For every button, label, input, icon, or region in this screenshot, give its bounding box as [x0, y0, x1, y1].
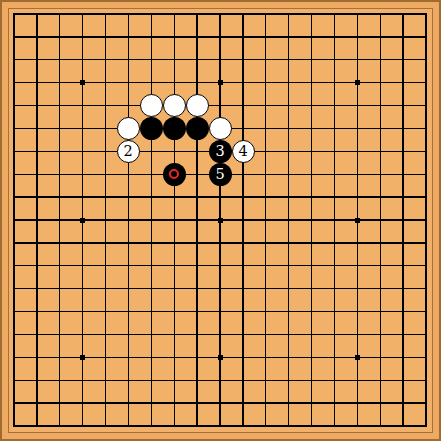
go-board: 2345: [0, 0, 441, 441]
stone-white: [186, 94, 209, 117]
circle-marker-icon: [169, 169, 179, 179]
move-number-label: 5: [216, 167, 225, 182]
stone-white: 4: [232, 140, 255, 163]
stone-white: [209, 117, 232, 140]
stone-white: [117, 117, 140, 140]
stone-black: 5: [209, 163, 232, 186]
stone-white: [163, 94, 186, 117]
stone-black: [140, 117, 163, 140]
stones-layer: 2345: [3, 3, 438, 438]
stone-black: 3: [209, 140, 232, 163]
stone-white: 2: [117, 140, 140, 163]
move-number-label: 4: [239, 144, 248, 159]
stone-white: [140, 94, 163, 117]
move-number-label: 3: [216, 144, 225, 159]
stone-black: [186, 117, 209, 140]
stone-black-circled: [163, 163, 186, 186]
stone-black: [163, 117, 186, 140]
move-number-label: 2: [124, 144, 133, 159]
